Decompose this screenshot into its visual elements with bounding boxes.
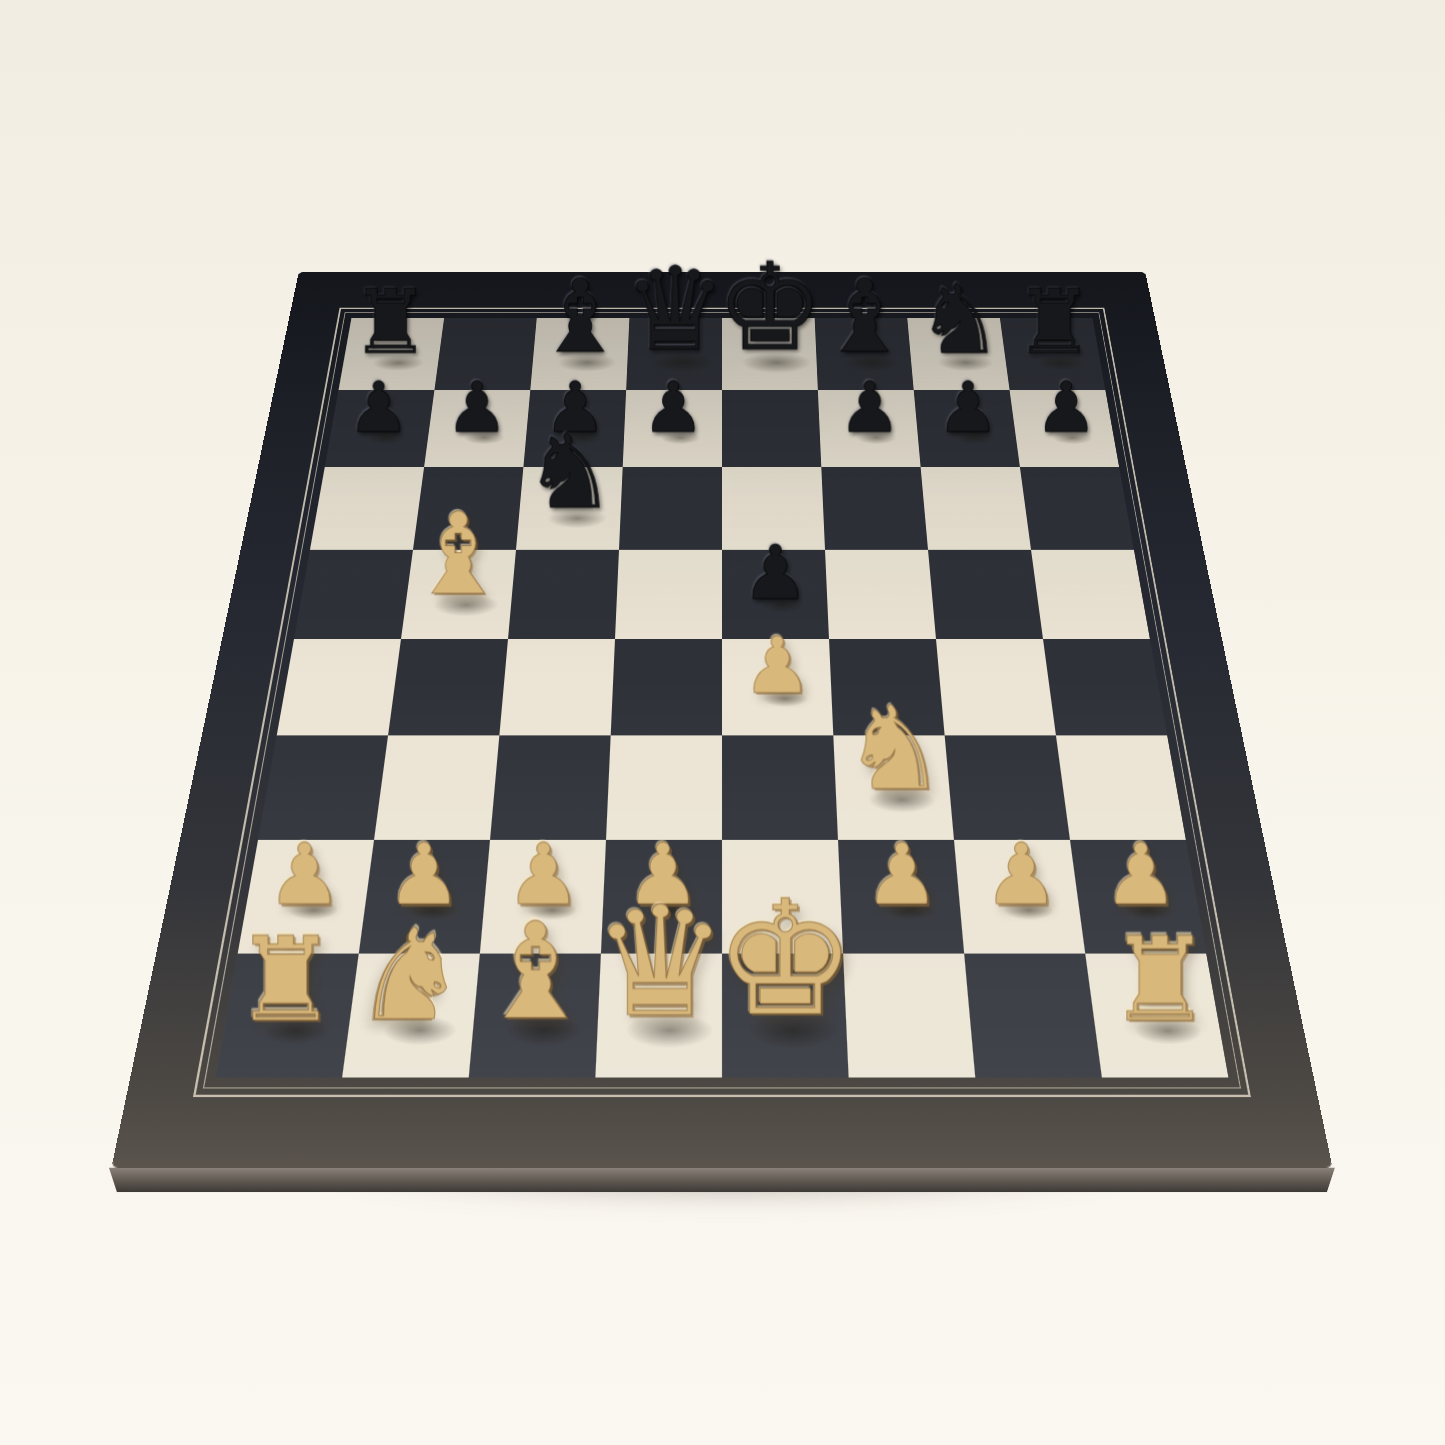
black-knight-glyph: ♞ — [916, 271, 1002, 367]
board-front-edge — [109, 1168, 1335, 1192]
white-bishop-glyph: ♝ — [475, 905, 594, 1038]
black-queen-glyph: ♛ — [623, 252, 726, 367]
black-rook-glyph: ♜ — [350, 278, 429, 367]
white-pawn-glyph: ♟ — [742, 626, 812, 704]
black-pawn-glyph: ♟ — [838, 373, 901, 443]
white-rook-glyph: ♜ — [1107, 921, 1212, 1038]
black-pawn-glyph: ♟ — [445, 373, 508, 443]
white-pawn-glyph: ♟ — [983, 832, 1059, 917]
white-pawn-glyph: ♟ — [266, 832, 342, 917]
white-knight-glyph: ♞ — [353, 912, 466, 1038]
black-pawn-glyph: ♟ — [936, 373, 999, 443]
white-rook-glyph: ♜ — [233, 921, 338, 1038]
white-king-glyph: ♚ — [713, 879, 855, 1038]
black-bishop-glyph: ♝ — [534, 266, 625, 367]
white-bishop-glyph: ♝ — [407, 498, 508, 611]
black-knight-glyph: ♞ — [523, 420, 615, 523]
scene: ♜♝♛♚♝♞♜♟♟♟♟♟♟♟♞♝♟♟♞♟♟♟♟♟♟♟♜♞♝♛♚♜ — [222, 139, 1222, 1139]
black-pawn-glyph: ♟ — [1034, 373, 1097, 443]
black-rook-glyph: ♜ — [1014, 278, 1093, 367]
chess-board: ♜♝♛♚♝♞♜♟♟♟♟♟♟♟♞♝♟♟♞♟♟♟♟♟♟♟♜♞♝♛♚♜ — [111, 272, 1332, 1167]
white-knight-glyph: ♞ — [842, 691, 946, 807]
black-bishop-glyph: ♝ — [819, 266, 910, 367]
black-pawn-glyph: ♟ — [741, 535, 808, 610]
pieces-layer: ♜♝♛♚♝♞♜♟♟♟♟♟♟♟♞♝♟♟♞♟♟♟♟♟♟♟♜♞♝♛♚♜ — [111, 272, 1332, 1167]
black-pawn-glyph: ♟ — [642, 373, 705, 443]
white-pawn-glyph: ♟ — [863, 832, 939, 917]
photo-background: ♜♝♛♚♝♞♜♟♟♟♟♟♟♟♞♝♟♟♞♟♟♟♟♟♟♟♜♞♝♛♚♜ — [0, 0, 1445, 1445]
black-pawn-glyph: ♟ — [347, 373, 410, 443]
black-king-glyph: ♚ — [715, 246, 823, 367]
white-queen-glyph: ♛ — [592, 886, 728, 1038]
white-pawn-glyph: ♟ — [1102, 832, 1178, 917]
